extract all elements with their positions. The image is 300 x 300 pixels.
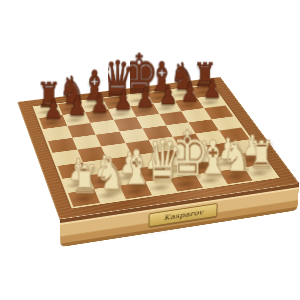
piece-white-knight[interactable]: ♞ (100, 152, 121, 196)
piece-white-rook[interactable]: ♜ (74, 160, 95, 199)
piece-black-pawn[interactable]: ♟ (136, 85, 155, 112)
piece-black-pawn[interactable]: ♟ (67, 93, 86, 120)
piece-black-pawn[interactable]: ♟ (113, 88, 132, 115)
piece-black-pawn[interactable]: ♟ (90, 90, 109, 117)
brass-plaque: Kasparov (149, 203, 218, 227)
piece-black-pawn[interactable]: ♟ (203, 77, 221, 103)
piece-black-pawn[interactable]: ♟ (158, 82, 177, 109)
scene: ♜♞♝♛♚♝♞♜♟♟♟♟♟♟♟♟♟♟♟♟♟♟♟♟♜♞♝♛♚♝♞♜ Kasparo… (35, 26, 263, 254)
piece-white-bishop[interactable]: ♝ (126, 144, 147, 192)
piece-white-rook[interactable]: ♜ (251, 136, 272, 174)
piece-white-queen[interactable]: ♛ (151, 132, 172, 188)
piece-black-pawn[interactable]: ♟ (44, 96, 63, 123)
plaque-text: Kasparov (164, 208, 204, 222)
piece-black-pawn[interactable]: ♟ (181, 79, 200, 105)
chess-board: ♜♞♝♛♚♝♞♜♟♟♟♟♟♟♟♟♟♟♟♟♟♟♟♟♜♞♝♛♚♝♞♜ Kasparo… (17, 77, 299, 219)
chess-set-photo: ♜♞♝♛♚♝♞♜♟♟♟♟♟♟♟♟♟♟♟♟♟♟♟♟♜♞♝♛♚♝♞♜ Kasparo… (0, 0, 300, 300)
